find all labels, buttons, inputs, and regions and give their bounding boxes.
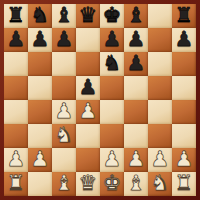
square-a2[interactable]: ♟ bbox=[4, 148, 28, 172]
square-d5[interactable]: ♟ bbox=[76, 76, 100, 100]
square-a8[interactable]: ♜ bbox=[4, 4, 28, 28]
square-a3[interactable] bbox=[4, 124, 28, 148]
square-f3[interactable] bbox=[124, 124, 148, 148]
square-a6[interactable] bbox=[4, 52, 28, 76]
square-h8[interactable]: ♜ bbox=[172, 4, 196, 28]
square-a7[interactable]: ♟ bbox=[4, 28, 28, 52]
square-d6[interactable] bbox=[76, 52, 100, 76]
white-knight: ♞ bbox=[55, 123, 74, 147]
square-e5[interactable] bbox=[100, 76, 124, 100]
square-d4[interactable]: ♟ bbox=[76, 100, 100, 124]
square-g7[interactable] bbox=[148, 28, 172, 52]
white-rook: ♜ bbox=[7, 171, 26, 195]
square-e1[interactable]: ♚ bbox=[100, 172, 124, 196]
square-d3[interactable] bbox=[76, 124, 100, 148]
square-h2[interactable]: ♟ bbox=[172, 148, 196, 172]
square-h7[interactable]: ♟ bbox=[172, 28, 196, 52]
black-knight: ♞ bbox=[31, 3, 50, 27]
black-pawn: ♟ bbox=[55, 27, 74, 51]
square-h4[interactable] bbox=[172, 100, 196, 124]
square-g5[interactable] bbox=[148, 76, 172, 100]
white-pawn: ♟ bbox=[103, 147, 122, 171]
black-bishop: ♝ bbox=[55, 3, 74, 27]
black-rook: ♜ bbox=[7, 3, 26, 27]
square-a4[interactable] bbox=[4, 100, 28, 124]
black-pawn: ♟ bbox=[127, 51, 146, 75]
square-g8[interactable] bbox=[148, 4, 172, 28]
square-f2[interactable]: ♟ bbox=[124, 148, 148, 172]
square-c6[interactable] bbox=[52, 52, 76, 76]
white-pawn: ♟ bbox=[151, 147, 170, 171]
square-e7[interactable]: ♟ bbox=[100, 28, 124, 52]
square-b2[interactable]: ♟ bbox=[28, 148, 52, 172]
square-g1[interactable]: ♞ bbox=[148, 172, 172, 196]
square-h3[interactable] bbox=[172, 124, 196, 148]
square-g4[interactable] bbox=[148, 100, 172, 124]
square-h1[interactable]: ♜ bbox=[172, 172, 196, 196]
white-rook: ♜ bbox=[175, 171, 194, 195]
white-knight: ♞ bbox=[151, 171, 170, 195]
square-g6[interactable] bbox=[148, 52, 172, 76]
black-king: ♚ bbox=[103, 3, 122, 27]
black-pawn: ♟ bbox=[31, 27, 50, 51]
white-pawn: ♟ bbox=[175, 147, 194, 171]
chess-board: ♜♞♝♛♚♝♜♟♟♟♟♟♟♞♟♟♟♟♞♟♟♟♟♟♟♜♝♛♚♝♞♜ bbox=[4, 4, 196, 196]
square-f6[interactable]: ♟ bbox=[124, 52, 148, 76]
chess-board-frame: ♜♞♝♛♚♝♜♟♟♟♟♟♟♞♟♟♟♟♞♟♟♟♟♟♟♜♝♛♚♝♞♜ bbox=[0, 0, 200, 200]
black-queen: ♛ bbox=[79, 3, 98, 27]
square-d7[interactable] bbox=[76, 28, 100, 52]
square-g3[interactable] bbox=[148, 124, 172, 148]
black-knight: ♞ bbox=[103, 51, 122, 75]
square-e8[interactable]: ♚ bbox=[100, 4, 124, 28]
square-c8[interactable]: ♝ bbox=[52, 4, 76, 28]
white-pawn: ♟ bbox=[79, 99, 98, 123]
square-f1[interactable]: ♝ bbox=[124, 172, 148, 196]
black-rook: ♜ bbox=[175, 3, 194, 27]
white-pawn: ♟ bbox=[127, 147, 146, 171]
square-c1[interactable]: ♝ bbox=[52, 172, 76, 196]
square-d1[interactable]: ♛ bbox=[76, 172, 100, 196]
square-b5[interactable] bbox=[28, 76, 52, 100]
square-d2[interactable] bbox=[76, 148, 100, 172]
black-pawn: ♟ bbox=[175, 27, 194, 51]
black-pawn: ♟ bbox=[7, 27, 26, 51]
square-c5[interactable] bbox=[52, 76, 76, 100]
square-f8[interactable]: ♝ bbox=[124, 4, 148, 28]
square-a1[interactable]: ♜ bbox=[4, 172, 28, 196]
white-queen: ♛ bbox=[79, 171, 98, 195]
square-b6[interactable] bbox=[28, 52, 52, 76]
black-pawn: ♟ bbox=[79, 75, 98, 99]
square-f7[interactable]: ♟ bbox=[124, 28, 148, 52]
square-b4[interactable] bbox=[28, 100, 52, 124]
square-f4[interactable] bbox=[124, 100, 148, 124]
black-pawn: ♟ bbox=[127, 27, 146, 51]
white-bishop: ♝ bbox=[127, 171, 146, 195]
square-e2[interactable]: ♟ bbox=[100, 148, 124, 172]
square-c4[interactable]: ♟ bbox=[52, 100, 76, 124]
square-h5[interactable] bbox=[172, 76, 196, 100]
square-b7[interactable]: ♟ bbox=[28, 28, 52, 52]
square-e4[interactable] bbox=[100, 100, 124, 124]
square-a5[interactable] bbox=[4, 76, 28, 100]
black-pawn: ♟ bbox=[103, 27, 122, 51]
square-c3[interactable]: ♞ bbox=[52, 124, 76, 148]
white-pawn: ♟ bbox=[55, 99, 74, 123]
square-f5[interactable] bbox=[124, 76, 148, 100]
square-h6[interactable] bbox=[172, 52, 196, 76]
square-d8[interactable]: ♛ bbox=[76, 4, 100, 28]
square-b3[interactable] bbox=[28, 124, 52, 148]
square-c7[interactable]: ♟ bbox=[52, 28, 76, 52]
white-king: ♚ bbox=[103, 171, 122, 195]
square-c2[interactable] bbox=[52, 148, 76, 172]
white-bishop: ♝ bbox=[55, 171, 74, 195]
square-g2[interactable]: ♟ bbox=[148, 148, 172, 172]
white-pawn: ♟ bbox=[31, 147, 50, 171]
black-bishop: ♝ bbox=[127, 3, 146, 27]
white-pawn: ♟ bbox=[7, 147, 26, 171]
square-b8[interactable]: ♞ bbox=[28, 4, 52, 28]
square-b1[interactable] bbox=[28, 172, 52, 196]
square-e6[interactable]: ♞ bbox=[100, 52, 124, 76]
square-e3[interactable] bbox=[100, 124, 124, 148]
